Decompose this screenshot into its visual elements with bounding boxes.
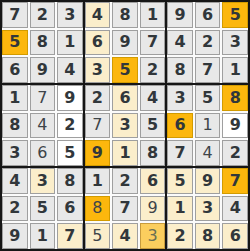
cell-r1c7[interactable]: 9 <box>167 2 193 28</box>
box-4: 179842365 <box>2 85 83 166</box>
box-5: 264735918 <box>85 85 166 166</box>
cell-r1c1[interactable]: 7 <box>2 2 28 28</box>
cell-r3c2[interactable]: 9 <box>30 57 56 83</box>
cell-r5c8[interactable]: 1 <box>195 113 221 139</box>
cell-r4c6[interactable]: 4 <box>140 85 166 111</box>
cell-r3c7[interactable]: 8 <box>167 57 193 83</box>
cell-r8c1[interactable]: 2 <box>2 196 28 222</box>
cell-r1c5[interactable]: 8 <box>112 2 138 28</box>
cell-r2c6[interactable]: 7 <box>140 30 166 56</box>
cell-r4c2[interactable]: 7 <box>30 85 56 111</box>
cell-r8c3[interactable]: 6 <box>57 196 83 222</box>
box-2: 481697352 <box>85 2 166 83</box>
cell-r3c8[interactable]: 7 <box>195 57 221 83</box>
cell-r6c5[interactable]: 1 <box>112 140 138 166</box>
cell-r6c9[interactable]: 2 <box>222 140 248 166</box>
cell-r7c9[interactable]: 7 <box>222 168 248 194</box>
cell-r1c2[interactable]: 2 <box>30 2 56 28</box>
cell-r5c2[interactable]: 4 <box>30 113 56 139</box>
cell-r4c9[interactable]: 8 <box>222 85 248 111</box>
cell-r8c7[interactable]: 1 <box>167 196 193 222</box>
cell-r3c3[interactable]: 4 <box>57 57 83 83</box>
box-8: 126879543 <box>85 168 166 249</box>
cell-r9c4[interactable]: 5 <box>85 223 111 249</box>
cell-r2c3[interactable]: 1 <box>57 30 83 56</box>
cell-r3c6[interactable]: 2 <box>140 57 166 83</box>
cell-r7c6[interactable]: 6 <box>140 168 166 194</box>
cell-r7c3[interactable]: 8 <box>57 168 83 194</box>
cell-r8c4[interactable]: 8 <box>85 196 111 222</box>
cell-r1c4[interactable]: 4 <box>85 2 111 28</box>
cell-r5c6[interactable]: 5 <box>140 113 166 139</box>
cell-r4c1[interactable]: 1 <box>2 85 28 111</box>
cell-r5c4[interactable]: 7 <box>85 113 111 139</box>
cell-r9c1[interactable]: 9 <box>2 223 28 249</box>
cell-r2c4[interactable]: 6 <box>85 30 111 56</box>
cell-r3c4[interactable]: 3 <box>85 57 111 83</box>
cell-r8c5[interactable]: 7 <box>112 196 138 222</box>
cell-r5c3[interactable]: 2 <box>57 113 83 139</box>
cell-r6c4[interactable]: 9 <box>85 140 111 166</box>
cell-r2c8[interactable]: 2 <box>195 30 221 56</box>
cell-r6c1[interactable]: 3 <box>2 140 28 166</box>
cell-r2c9[interactable]: 3 <box>222 30 248 56</box>
cell-r7c5[interactable]: 2 <box>112 168 138 194</box>
cell-r4c4[interactable]: 2 <box>85 85 111 111</box>
cell-r1c3[interactable]: 3 <box>57 2 83 28</box>
cell-r4c5[interactable]: 6 <box>112 85 138 111</box>
cell-r2c5[interactable]: 9 <box>112 30 138 56</box>
cell-r6c2[interactable]: 6 <box>30 140 56 166</box>
box-6: 358619742 <box>167 85 248 166</box>
cell-r3c5[interactable]: 5 <box>112 57 138 83</box>
cell-r1c8[interactable]: 6 <box>195 2 221 28</box>
cell-r7c1[interactable]: 4 <box>2 168 28 194</box>
cell-r1c9[interactable]: 5 <box>222 2 248 28</box>
box-3: 965423871 <box>167 2 248 83</box>
cell-r6c8[interactable]: 4 <box>195 140 221 166</box>
cell-r7c2[interactable]: 3 <box>30 168 56 194</box>
cell-r8c8[interactable]: 3 <box>195 196 221 222</box>
cell-r6c7[interactable]: 7 <box>167 140 193 166</box>
box-1: 723581694 <box>2 2 83 83</box>
cell-r7c8[interactable]: 9 <box>195 168 221 194</box>
cell-r8c2[interactable]: 5 <box>30 196 56 222</box>
cell-r9c2[interactable]: 1 <box>30 223 56 249</box>
cell-r7c4[interactable]: 1 <box>85 168 111 194</box>
cell-r9c9[interactable]: 6 <box>222 223 248 249</box>
cell-r2c2[interactable]: 8 <box>30 30 56 56</box>
cell-r7c7[interactable]: 5 <box>167 168 193 194</box>
cell-r4c7[interactable]: 3 <box>167 85 193 111</box>
cell-r6c3[interactable]: 5 <box>57 140 83 166</box>
cell-r5c5[interactable]: 3 <box>112 113 138 139</box>
box-7: 438256917 <box>2 168 83 249</box>
cell-r9c8[interactable]: 8 <box>195 223 221 249</box>
cell-r2c1[interactable]: 5 <box>2 30 28 56</box>
cell-r5c7[interactable]: 6 <box>167 113 193 139</box>
cell-r9c3[interactable]: 7 <box>57 223 83 249</box>
cell-r9c5[interactable]: 4 <box>112 223 138 249</box>
cell-r5c1[interactable]: 8 <box>2 113 28 139</box>
cell-r3c1[interactable]: 6 <box>2 57 28 83</box>
cell-r5c9[interactable]: 9 <box>222 113 248 139</box>
cell-r3c9[interactable]: 1 <box>222 57 248 83</box>
cell-r9c6-selected[interactable]: 3 <box>140 223 166 249</box>
cell-r2c7[interactable]: 4 <box>167 30 193 56</box>
sudoku-board: 7235816944816973529654238711798423652647… <box>0 0 250 251</box>
cell-r6c6[interactable]: 8 <box>140 140 166 166</box>
cell-r1c6[interactable]: 1 <box>140 2 166 28</box>
cell-r9c7[interactable]: 2 <box>167 223 193 249</box>
cell-r4c8[interactable]: 5 <box>195 85 221 111</box>
cell-r8c9[interactable]: 4 <box>222 196 248 222</box>
cell-r8c6[interactable]: 9 <box>140 196 166 222</box>
cell-r4c3[interactable]: 9 <box>57 85 83 111</box>
box-9: 597134286 <box>167 168 248 249</box>
